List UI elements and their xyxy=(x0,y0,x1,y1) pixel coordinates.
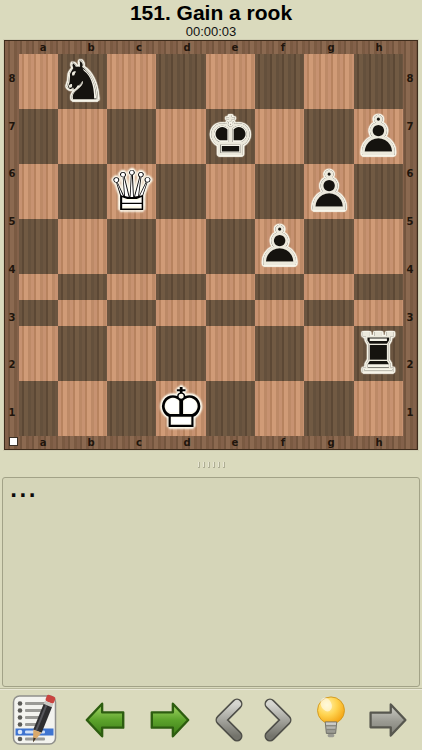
square-f1[interactable] xyxy=(255,381,304,436)
square-e7[interactable]: ♚ xyxy=(206,109,255,164)
file-label-d: d xyxy=(183,436,190,449)
square-e5[interactable] xyxy=(206,219,255,274)
file-label-c: c xyxy=(136,436,142,449)
square-g1[interactable] xyxy=(304,381,353,436)
black-king[interactable]: ♚ xyxy=(206,109,255,164)
green-arrow-right-icon xyxy=(147,698,193,742)
square-g3[interactable] xyxy=(304,300,353,326)
square-f6[interactable] xyxy=(255,164,304,219)
next-chevron-button[interactable] xyxy=(263,697,295,743)
square-b3[interactable] xyxy=(58,300,107,326)
square-g4[interactable] xyxy=(304,274,353,300)
rank-label-7: 7 xyxy=(5,120,19,131)
square-b5[interactable] xyxy=(58,219,107,274)
square-g6[interactable]: ♟ xyxy=(304,164,353,219)
redo-move-button[interactable] xyxy=(147,698,193,742)
green-arrow-left-icon xyxy=(82,698,128,742)
file-label-h: h xyxy=(375,436,382,449)
square-c8[interactable] xyxy=(107,54,156,109)
file-label-a: a xyxy=(40,41,47,54)
square-e3[interactable] xyxy=(206,300,255,326)
list-pencil-icon xyxy=(11,692,63,748)
board-grid: ♞♚♟♛♟♟♜♚ xyxy=(19,54,403,436)
black-rook[interactable]: ♜ xyxy=(354,326,403,381)
black-pawn[interactable]: ♟ xyxy=(255,219,304,274)
square-e6[interactable] xyxy=(206,164,255,219)
square-e1[interactable] xyxy=(206,381,255,436)
lightbulb-icon xyxy=(314,695,348,745)
square-g7[interactable] xyxy=(304,109,353,164)
file-label-h: h xyxy=(375,41,382,54)
square-h1[interactable] xyxy=(354,381,403,436)
square-d5[interactable] xyxy=(156,219,205,274)
prev-chevron-button[interactable] xyxy=(212,697,244,743)
rank-label-4: 4 xyxy=(403,263,417,274)
square-a7[interactable] xyxy=(19,109,58,164)
gray-chevron-left-icon xyxy=(212,697,244,743)
rank-label-7: 7 xyxy=(403,120,417,131)
square-c5[interactable] xyxy=(107,219,156,274)
square-b1[interactable] xyxy=(58,381,107,436)
puzzle-title: 151. Gain a rook xyxy=(0,0,422,25)
square-h4[interactable] xyxy=(354,274,403,300)
white-king[interactable]: ♚ xyxy=(156,381,205,436)
rank-label-1: 1 xyxy=(5,407,19,418)
square-f2[interactable] xyxy=(255,326,304,381)
square-c1[interactable] xyxy=(107,381,156,436)
file-label-g: g xyxy=(327,436,334,449)
square-b7[interactable] xyxy=(58,109,107,164)
square-d6[interactable] xyxy=(156,164,205,219)
file-label-b: b xyxy=(87,436,94,449)
moves-list-button[interactable] xyxy=(11,692,63,748)
gray-chevron-right-icon xyxy=(263,697,295,743)
file-label-f: f xyxy=(281,436,285,449)
black-pawn[interactable]: ♟ xyxy=(304,164,353,219)
square-d4[interactable] xyxy=(156,274,205,300)
square-e4[interactable] xyxy=(206,274,255,300)
square-e8[interactable] xyxy=(206,54,255,109)
file-label-g: g xyxy=(327,41,334,54)
rank-label-2: 2 xyxy=(5,359,19,370)
square-c6[interactable]: ♛ xyxy=(107,164,156,219)
move-list-placeholder: ... xyxy=(10,479,419,501)
hint-button[interactable] xyxy=(314,695,348,745)
square-d3[interactable] xyxy=(156,300,205,326)
square-c3[interactable] xyxy=(107,300,156,326)
square-a4[interactable] xyxy=(19,274,58,300)
undo-move-button[interactable] xyxy=(82,698,128,742)
square-h8[interactable] xyxy=(354,54,403,109)
panel-drag-handle[interactable] xyxy=(0,458,422,472)
square-a1[interactable] xyxy=(19,381,58,436)
square-b8[interactable]: ♞ xyxy=(58,54,107,109)
rank-label-8: 8 xyxy=(5,72,19,83)
file-label-a: a xyxy=(40,436,47,449)
square-d1[interactable]: ♚ xyxy=(156,381,205,436)
square-c4[interactable] xyxy=(107,274,156,300)
chess-board: ♞♚♟♛♟♟♜♚ aabbccddeeffgghh887766554433221… xyxy=(4,40,418,450)
square-c7[interactable] xyxy=(107,109,156,164)
square-h7[interactable]: ♟ xyxy=(354,109,403,164)
square-g2[interactable] xyxy=(304,326,353,381)
square-b4[interactable] xyxy=(58,274,107,300)
square-b2[interactable] xyxy=(58,326,107,381)
square-a5[interactable] xyxy=(19,219,58,274)
square-a2[interactable] xyxy=(19,326,58,381)
file-label-f: f xyxy=(281,41,285,54)
next-puzzle-button[interactable] xyxy=(366,699,410,741)
square-b6[interactable] xyxy=(58,164,107,219)
rank-label-5: 5 xyxy=(403,216,417,227)
file-label-c: c xyxy=(136,41,142,54)
square-d7[interactable] xyxy=(156,109,205,164)
square-f8[interactable] xyxy=(255,54,304,109)
square-h2[interactable]: ♜ xyxy=(354,326,403,381)
timer: 00:00:03 xyxy=(0,25,422,39)
toolbar xyxy=(0,688,422,750)
white-queen[interactable]: ♛ xyxy=(107,164,156,219)
rank-label-1: 1 xyxy=(403,407,417,418)
rank-label-8: 8 xyxy=(403,72,417,83)
rank-label-3: 3 xyxy=(403,311,417,322)
square-h6[interactable] xyxy=(354,164,403,219)
gray-arrow-right-icon xyxy=(366,699,410,741)
square-a8[interactable] xyxy=(19,54,58,109)
side-to-move-indicator xyxy=(9,437,18,446)
rank-label-6: 6 xyxy=(403,168,417,179)
square-d2[interactable] xyxy=(156,326,205,381)
square-f5[interactable]: ♟ xyxy=(255,219,304,274)
square-g5[interactable] xyxy=(304,219,353,274)
square-c2[interactable] xyxy=(107,326,156,381)
square-a6[interactable] xyxy=(19,164,58,219)
black-knight[interactable]: ♞ xyxy=(58,54,107,109)
square-g8[interactable] xyxy=(304,54,353,109)
rank-label-6: 6 xyxy=(5,168,19,179)
black-pawn[interactable]: ♟ xyxy=(354,109,403,164)
header: 151. Gain a rook 00:00:03 xyxy=(0,0,422,39)
move-list-panel[interactable]: ... xyxy=(2,477,420,687)
file-label-d: d xyxy=(183,41,190,54)
file-label-e: e xyxy=(232,436,239,449)
file-label-b: b xyxy=(87,41,94,54)
file-label-e: e xyxy=(232,41,239,54)
square-e2[interactable] xyxy=(206,326,255,381)
rank-label-3: 3 xyxy=(5,311,19,322)
rank-label-2: 2 xyxy=(403,359,417,370)
square-h5[interactable] xyxy=(354,219,403,274)
rank-label-4: 4 xyxy=(5,263,19,274)
square-f3[interactable] xyxy=(255,300,304,326)
rank-label-5: 5 xyxy=(5,216,19,227)
square-f7[interactable] xyxy=(255,109,304,164)
square-a3[interactable] xyxy=(19,300,58,326)
square-d8[interactable] xyxy=(156,54,205,109)
